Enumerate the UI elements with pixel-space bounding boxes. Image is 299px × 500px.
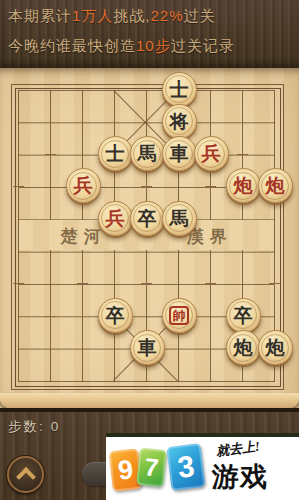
piece-red-兵[interactable]: 兵 (98, 201, 133, 236)
piece-black-車[interactable]: 車 (130, 330, 165, 365)
step-counter-value: 0 (51, 419, 61, 434)
pieces-layer: 士将士馬車兵兵炮炮兵卒馬卒帥卒車炮炮 (0, 68, 299, 412)
piece-black-士[interactable]: 士 (162, 72, 197, 107)
piece-red-炮[interactable]: 炮 (226, 168, 261, 203)
piece-red-兵[interactable]: 兵 (66, 168, 101, 203)
973-games-watermark-logo[interactable]: 9 7 3 游戏 就去上! (106, 433, 299, 500)
logo-slogan-text: 就去上! (215, 437, 261, 460)
board-edge-bevel (0, 393, 299, 408)
piece-black-士[interactable]: 士 (98, 136, 133, 171)
piece-black-卒[interactable]: 卒 (130, 201, 165, 236)
chevron-up-icon (16, 467, 36, 487)
expand-menu-button[interactable] (7, 456, 44, 493)
logo-tile-7: 7 (136, 448, 167, 488)
xiangqi-app: 本期累计1万人挑战,22%过关 今晚约谁最快创造10步过关记录 楚河 漢界 士将… (0, 0, 299, 500)
logo-tile-3: 3 (166, 443, 205, 491)
piece-black-炮[interactable]: 炮 (258, 330, 293, 365)
piece-red-炮[interactable]: 炮 (258, 168, 293, 203)
step-counter-label: 步数: (8, 419, 45, 434)
piece-black-車[interactable]: 車 (162, 136, 197, 171)
piece-red-兵[interactable]: 兵 (194, 136, 229, 171)
bottom-bar: 步数:0 9 7 3 游戏 就去上! (0, 412, 299, 500)
piece-black-馬[interactable]: 馬 (130, 136, 165, 171)
piece-black-将[interactable]: 将 (162, 104, 197, 139)
event-banner: 本期累计1万人挑战,22%过关 今晚约谁最快创造10步过关记录 (0, 0, 299, 68)
piece-black-卒[interactable]: 卒 (226, 298, 261, 333)
banner-line-2: 今晚约谁最快创造10步过关记录 (8, 37, 235, 56)
piece-black-炮[interactable]: 炮 (226, 330, 261, 365)
piece-black-卒[interactable]: 卒 (98, 298, 133, 333)
piece-red-帥[interactable]: 帥 (162, 298, 197, 333)
xiangqi-board: 楚河 漢界 士将士馬車兵兵炮炮兵卒馬卒帥卒車炮炮 (0, 68, 299, 412)
piece-black-馬[interactable]: 馬 (162, 201, 197, 236)
step-counter: 步数:0 (8, 418, 60, 436)
banner-line-1: 本期累计1万人挑战,22%过关 (8, 7, 216, 26)
logo-brand-text: 游戏 (212, 459, 268, 495)
